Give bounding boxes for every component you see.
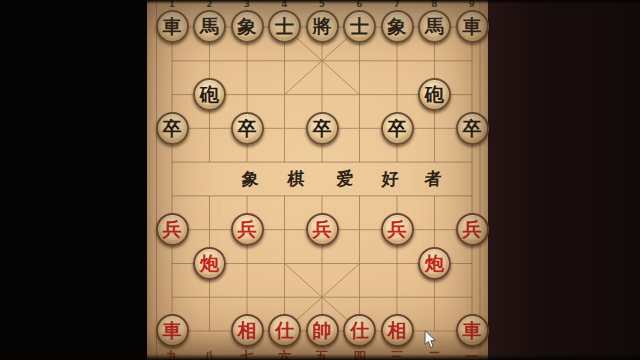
file-label-bottom: 五 bbox=[316, 348, 329, 360]
piece-glyph: 砲 bbox=[200, 85, 219, 104]
piece-glyph: 象 bbox=[238, 17, 257, 36]
piece-glyph: 車 bbox=[463, 17, 482, 36]
red-general[interactable]: 帥 bbox=[306, 314, 339, 347]
piece-glyph: 兵 bbox=[163, 220, 182, 239]
letterbox-left bbox=[0, 0, 147, 360]
file-label-top: 9 bbox=[469, 0, 475, 9]
piece-glyph: 馬 bbox=[425, 17, 444, 36]
file-label-bottom: 一 bbox=[466, 348, 479, 360]
red-soldier[interactable]: 兵 bbox=[231, 213, 264, 246]
red-chariot[interactable]: 車 bbox=[156, 314, 189, 347]
red-soldier[interactable]: 兵 bbox=[156, 213, 189, 246]
file-label-top: 3 bbox=[244, 0, 250, 9]
piece-glyph: 士 bbox=[275, 17, 294, 36]
red-chariot[interactable]: 車 bbox=[456, 314, 489, 347]
piece-glyph: 卒 bbox=[463, 119, 482, 138]
red-advisor[interactable]: 仕 bbox=[268, 314, 301, 347]
black-chariot[interactable]: 車 bbox=[456, 10, 489, 43]
piece-glyph: 馬 bbox=[200, 17, 219, 36]
piece-glyph: 卒 bbox=[313, 119, 332, 138]
piece-glyph: 兵 bbox=[313, 220, 332, 239]
piece-glyph: 象 bbox=[388, 17, 407, 36]
file-label-bottom: 四 bbox=[353, 348, 366, 360]
piece-glyph: 炮 bbox=[425, 254, 444, 273]
game-screen: 123456789 象棋爱好者 車馬象士將士象馬車砲砲卒卒卒卒卒兵兵兵兵兵炮炮車… bbox=[0, 0, 640, 360]
piece-glyph: 士 bbox=[350, 17, 369, 36]
red-soldier[interactable]: 兵 bbox=[456, 213, 489, 246]
black-soldier[interactable]: 卒 bbox=[231, 112, 264, 145]
piece-glyph: 砲 bbox=[425, 85, 444, 104]
xiangqi-board[interactable]: 123456789 象棋爱好者 車馬象士將士象馬車砲砲卒卒卒卒卒兵兵兵兵兵炮炮車… bbox=[147, 0, 488, 360]
piece-glyph: 車 bbox=[463, 321, 482, 340]
file-label-top: 6 bbox=[356, 0, 362, 9]
black-cannon[interactable]: 砲 bbox=[193, 78, 226, 111]
black-soldier[interactable]: 卒 bbox=[381, 112, 414, 145]
black-cannon[interactable]: 砲 bbox=[418, 78, 451, 111]
red-advisor[interactable]: 仕 bbox=[343, 314, 376, 347]
piece-glyph: 仕 bbox=[350, 321, 369, 340]
red-elephant[interactable]: 相 bbox=[231, 314, 264, 347]
red-cannon[interactable]: 炮 bbox=[418, 247, 451, 280]
red-soldier[interactable]: 兵 bbox=[306, 213, 339, 246]
piece-glyph: 相 bbox=[238, 321, 257, 340]
file-label-top: 8 bbox=[431, 0, 437, 9]
black-chariot[interactable]: 車 bbox=[156, 10, 189, 43]
file-label-top: 2 bbox=[206, 0, 212, 9]
file-label-bottom: 八 bbox=[203, 348, 216, 360]
black-soldier[interactable]: 卒 bbox=[306, 112, 339, 145]
red-elephant[interactable]: 相 bbox=[381, 314, 414, 347]
black-elephant[interactable]: 象 bbox=[231, 10, 264, 43]
piece-glyph: 帥 bbox=[313, 321, 332, 340]
black-advisor[interactable]: 士 bbox=[343, 10, 376, 43]
file-label-bottom: 二 bbox=[428, 348, 441, 360]
piece-glyph: 相 bbox=[388, 321, 407, 340]
piece-glyph: 炮 bbox=[200, 254, 219, 273]
piece-glyph: 車 bbox=[163, 321, 182, 340]
file-label-bottom: 九 bbox=[166, 348, 179, 360]
red-soldier[interactable]: 兵 bbox=[381, 213, 414, 246]
file-label-top: 7 bbox=[394, 0, 400, 9]
black-soldier[interactable]: 卒 bbox=[156, 112, 189, 145]
black-horse[interactable]: 馬 bbox=[418, 10, 451, 43]
piece-glyph: 卒 bbox=[238, 119, 257, 138]
piece-glyph: 仕 bbox=[275, 321, 294, 340]
black-elephant[interactable]: 象 bbox=[381, 10, 414, 43]
black-soldier[interactable]: 卒 bbox=[456, 112, 489, 145]
piece-glyph: 兵 bbox=[238, 220, 257, 239]
file-label-bottom: 三 bbox=[391, 348, 404, 360]
black-horse[interactable]: 馬 bbox=[193, 10, 226, 43]
file-label-bottom: 七 bbox=[241, 348, 254, 360]
piece-grid: 車馬象士將士象馬車砲砲卒卒卒卒卒兵兵兵兵兵炮炮車相仕帥仕相車 bbox=[153, 10, 491, 348]
piece-glyph: 兵 bbox=[388, 220, 407, 239]
file-label-top: 1 bbox=[169, 0, 175, 9]
file-label-top: 5 bbox=[319, 0, 325, 9]
piece-glyph: 卒 bbox=[163, 119, 182, 138]
piece-glyph: 卒 bbox=[388, 119, 407, 138]
red-cannon[interactable]: 炮 bbox=[193, 247, 226, 280]
black-general[interactable]: 將 bbox=[306, 10, 339, 43]
file-label-bottom: 六 bbox=[278, 348, 291, 360]
piece-glyph: 將 bbox=[313, 17, 332, 36]
black-advisor[interactable]: 士 bbox=[268, 10, 301, 43]
piece-glyph: 車 bbox=[163, 17, 182, 36]
letterbox-right bbox=[488, 0, 640, 360]
file-label-top: 4 bbox=[281, 0, 287, 9]
piece-glyph: 兵 bbox=[463, 220, 482, 239]
